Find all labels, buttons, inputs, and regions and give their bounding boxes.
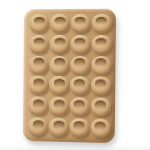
pit-r2-c2[interactable] bbox=[49, 35, 69, 54]
pit-r5-c4[interactable] bbox=[90, 98, 110, 117]
pit-r4-c3[interactable] bbox=[70, 76, 90, 95]
photo-scene bbox=[0, 0, 150, 150]
pit-r6-c2[interactable] bbox=[49, 118, 69, 137]
pit-r1-c3[interactable] bbox=[70, 14, 90, 33]
pit-grid bbox=[23, 9, 116, 143]
pit-r3-c1[interactable] bbox=[29, 55, 49, 74]
pit-r4-c4[interactable] bbox=[90, 77, 110, 96]
pit-r5-c3[interactable] bbox=[69, 97, 89, 116]
pit-r1-c4[interactable] bbox=[91, 14, 111, 33]
pit-r3-c4[interactable] bbox=[91, 56, 111, 75]
pit-r3-c2[interactable] bbox=[49, 55, 69, 74]
pit-r2-c4[interactable] bbox=[91, 35, 111, 54]
pit-r1-c1[interactable] bbox=[29, 14, 49, 33]
pit-r4-c2[interactable] bbox=[49, 76, 69, 95]
pit-r3-c3[interactable] bbox=[70, 56, 90, 75]
pit-r4-c1[interactable] bbox=[29, 76, 49, 95]
pit-r6-c4[interactable] bbox=[90, 119, 110, 139]
pit-r2-c1[interactable] bbox=[29, 35, 49, 54]
pit-r5-c1[interactable] bbox=[28, 97, 48, 116]
pit-r6-c3[interactable] bbox=[69, 118, 89, 137]
pit-r2-c3[interactable] bbox=[70, 35, 90, 54]
pit-r6-c1[interactable] bbox=[28, 117, 48, 136]
pit-r5-c2[interactable] bbox=[49, 97, 69, 116]
board-tray bbox=[23, 9, 116, 143]
pit-r1-c2[interactable] bbox=[50, 14, 70, 33]
